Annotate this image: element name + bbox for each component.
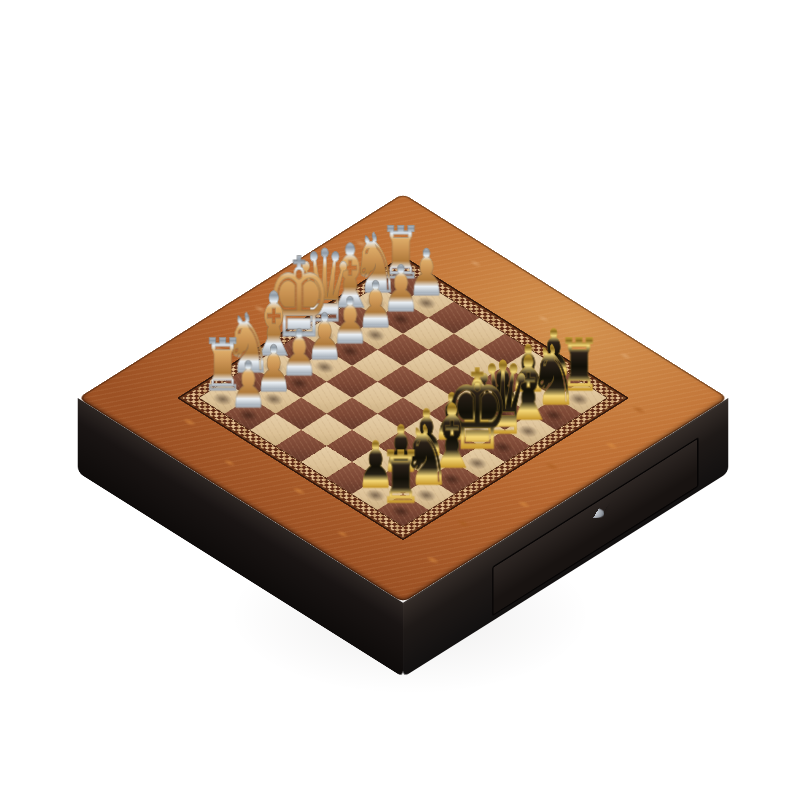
inlay-motif <box>450 515 476 531</box>
inlay-motif <box>539 458 565 474</box>
piece-glyph: ♟ <box>209 353 288 417</box>
inlay-motif <box>287 483 311 498</box>
inlay-motif <box>421 552 445 567</box>
square-h8[interactable]: ♜ <box>378 494 429 526</box>
chess-set-product-photo: ♜♟♟♜♞♟♟♞♝♟♟♝♛♟♟♛♚♟♟♚♝♟♟♝♞♟♟♞♜♟♟♜ <box>0 0 800 800</box>
inlay-motif <box>600 438 624 453</box>
piece-glyph: ♜ <box>361 441 440 513</box>
inlay-border: ♜♟♟♜♞♟♟♞♝♟♟♝♛♟♟♛♚♟♟♚♝♟♟♝♞♟♟♞♜♟♟♜ <box>177 256 630 541</box>
inlay-motif <box>177 414 201 429</box>
inlay-motif <box>626 402 652 418</box>
inlay-motif <box>218 456 240 470</box>
inlay-motif <box>512 497 536 512</box>
chess-board-grid: ♜♟♟♜♞♟♟♞♝♟♟♝♛♟♟♛♚♟♟♚♝♟♟♝♞♟♟♞♜♟♟♜ <box>198 269 608 527</box>
inlay-motif <box>332 527 354 541</box>
inlay-motif <box>465 256 487 270</box>
